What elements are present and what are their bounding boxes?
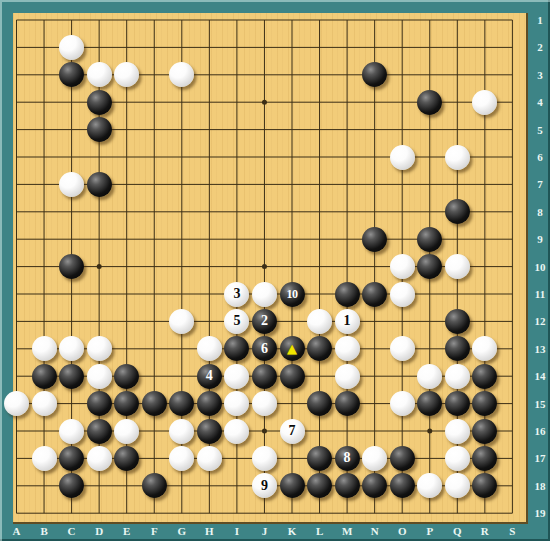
row-label-18: 18 <box>530 480 550 492</box>
black-stone-E17 <box>114 446 139 471</box>
row-label-14: 14 <box>530 370 550 382</box>
move-number-5: 5 <box>233 314 240 328</box>
column-label-H: H <box>201 525 217 537</box>
white-stone-B17 <box>32 446 57 471</box>
black-stone-L15 <box>307 391 332 416</box>
black-stone-K11: 10 <box>280 282 305 307</box>
black-stone-R14 <box>472 364 497 389</box>
white-stone-J15 <box>252 391 277 416</box>
white-stone-Q14 <box>445 364 470 389</box>
white-stone-O10 <box>390 254 415 279</box>
black-stone-O17 <box>390 446 415 471</box>
white-stone-J17 <box>252 446 277 471</box>
white-stone-H13 <box>197 336 222 361</box>
move-number-6: 6 <box>261 342 268 356</box>
white-stone-B15 <box>32 391 57 416</box>
move-number-4: 4 <box>206 369 213 383</box>
black-stone-P4 <box>417 90 442 115</box>
white-stone-M14 <box>335 364 360 389</box>
white-stone-K16: 7 <box>280 419 305 444</box>
row-label-8: 8 <box>530 206 550 218</box>
black-stone-M18 <box>335 473 360 498</box>
white-stone-D3 <box>87 62 112 87</box>
column-label-O: O <box>394 525 410 537</box>
white-stone-C16 <box>59 419 84 444</box>
black-stone-D15 <box>87 391 112 416</box>
white-stone-D14 <box>87 364 112 389</box>
move-number-3: 3 <box>233 287 240 301</box>
row-label-7: 7 <box>530 178 550 190</box>
column-label-G: G <box>174 525 190 537</box>
white-stone-I11: 3 <box>224 282 249 307</box>
white-stone-A15 <box>4 391 29 416</box>
row-label-11: 11 <box>530 288 550 300</box>
white-stone-O15 <box>390 391 415 416</box>
black-stone-M17: 8 <box>335 446 360 471</box>
black-stone-J12: 2 <box>252 309 277 334</box>
black-stone-D5 <box>87 117 112 142</box>
white-stone-Q10 <box>445 254 470 279</box>
white-stone-D17 <box>87 446 112 471</box>
black-stone-Q8 <box>445 199 470 224</box>
black-stone-K14 <box>280 364 305 389</box>
white-stone-O13 <box>390 336 415 361</box>
black-stone-J14 <box>252 364 277 389</box>
column-label-E: E <box>119 525 135 537</box>
black-stone-C17 <box>59 446 84 471</box>
row-label-13: 13 <box>530 343 550 355</box>
black-stone-Q15 <box>445 391 470 416</box>
black-stone-N11 <box>362 282 387 307</box>
row-label-19: 19 <box>530 507 550 519</box>
row-label-16: 16 <box>530 425 550 437</box>
white-stone-I14 <box>224 364 249 389</box>
column-label-C: C <box>64 525 80 537</box>
column-label-D: D <box>91 525 107 537</box>
row-label-9: 9 <box>530 233 550 245</box>
black-stone-E14 <box>114 364 139 389</box>
black-stone-C14 <box>59 364 84 389</box>
white-stone-G16 <box>169 419 194 444</box>
go-diagram-frame: 3105216▲4789 ABCDEFGHIJKLMNOPQRS 1234567… <box>0 0 550 541</box>
column-label-B: B <box>36 525 52 537</box>
white-stone-E16 <box>114 419 139 444</box>
row-label-4: 4 <box>530 96 550 108</box>
row-label-6: 6 <box>530 151 550 163</box>
row-label-12: 12 <box>530 315 550 327</box>
column-label-J: J <box>256 525 272 537</box>
white-stone-I16 <box>224 419 249 444</box>
black-stone-H15 <box>197 391 222 416</box>
black-stone-P9 <box>417 227 442 252</box>
black-stone-D4 <box>87 90 112 115</box>
black-stone-K13: ▲ <box>280 336 305 361</box>
last-move-triangle-marker: ▲ <box>287 342 297 355</box>
white-stone-P14 <box>417 364 442 389</box>
white-stone-Q17 <box>445 446 470 471</box>
white-stone-N17 <box>362 446 387 471</box>
white-stone-C2 <box>59 35 84 60</box>
column-label-P: P <box>422 525 438 537</box>
black-stone-Q12 <box>445 309 470 334</box>
black-stone-R16 <box>472 419 497 444</box>
row-label-3: 3 <box>530 69 550 81</box>
white-stone-H17 <box>197 446 222 471</box>
black-stone-F18 <box>142 473 167 498</box>
black-stone-H16 <box>197 419 222 444</box>
white-stone-J11 <box>252 282 277 307</box>
column-label-K: K <box>284 525 300 537</box>
black-stone-L17 <box>307 446 332 471</box>
row-label-2: 2 <box>530 41 550 53</box>
white-stone-Q16 <box>445 419 470 444</box>
black-stone-M11 <box>335 282 360 307</box>
move-number-10: 10 <box>287 288 298 300</box>
white-stone-C7 <box>59 172 84 197</box>
black-stone-O18 <box>390 473 415 498</box>
column-label-I: I <box>229 525 245 537</box>
column-label-N: N <box>367 525 383 537</box>
move-number-9: 9 <box>261 479 268 493</box>
move-number-7: 7 <box>289 424 296 438</box>
column-label-L: L <box>312 525 328 537</box>
column-label-Q: Q <box>449 525 465 537</box>
white-stone-O11 <box>390 282 415 307</box>
row-label-17: 17 <box>530 452 550 464</box>
white-stone-O6 <box>390 145 415 170</box>
black-stone-F15 <box>142 391 167 416</box>
black-stone-N9 <box>362 227 387 252</box>
white-stone-D13 <box>87 336 112 361</box>
row-label-10: 10 <box>530 261 550 273</box>
white-stone-M12: 1 <box>335 309 360 334</box>
black-stone-K18 <box>280 473 305 498</box>
black-stone-B14 <box>32 364 57 389</box>
row-label-1: 1 <box>530 14 550 26</box>
white-stone-B13 <box>32 336 57 361</box>
move-number-1: 1 <box>344 314 351 328</box>
move-number-8: 8 <box>344 451 351 465</box>
white-stone-L12 <box>307 309 332 334</box>
row-label-15: 15 <box>530 398 550 410</box>
white-stone-R4 <box>472 90 497 115</box>
column-label-M: M <box>339 525 355 537</box>
white-stone-M13 <box>335 336 360 361</box>
black-stone-D7 <box>87 172 112 197</box>
move-number-2: 2 <box>261 314 268 328</box>
black-stone-Q13 <box>445 336 470 361</box>
white-stone-Q18 <box>445 473 470 498</box>
column-label-S: S <box>504 525 520 537</box>
column-label-F: F <box>146 525 162 537</box>
black-stone-D16 <box>87 419 112 444</box>
black-stone-H14: 4 <box>197 364 222 389</box>
black-stone-M15 <box>335 391 360 416</box>
column-label-A: A <box>9 525 25 537</box>
column-label-R: R <box>477 525 493 537</box>
white-stone-Q6 <box>445 145 470 170</box>
row-label-5: 5 <box>530 124 550 136</box>
